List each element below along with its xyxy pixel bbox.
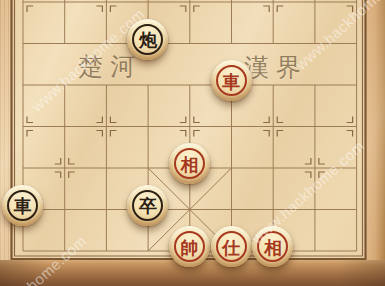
- piece-ring: 帥: [174, 231, 205, 262]
- board[interactable]: 炮車相車卒帥仕相: [2, 0, 378, 272]
- piece-character: 車: [14, 197, 32, 215]
- piece-red-general[interactable]: 帥: [169, 226, 210, 267]
- piece-black-cannon[interactable]: 炮: [127, 19, 168, 60]
- piece-character: 卒: [139, 197, 157, 215]
- piece-ring: 車: [7, 190, 38, 221]
- piece-character: 帥: [181, 239, 199, 257]
- xiangqi-board-screenshot: 楚河 漢界 炮車相車卒帥仕相 www.hackhome.com www.hack…: [0, 0, 385, 286]
- piece-character: 炮: [139, 31, 157, 49]
- piece-black-soldier[interactable]: 卒: [127, 185, 168, 226]
- piece-ring: 炮: [132, 24, 163, 55]
- piece-ring: 相: [174, 148, 205, 179]
- piece-red-advisor[interactable]: 仕: [211, 226, 252, 267]
- piece-red-elephant[interactable]: 相: [252, 226, 293, 267]
- piece-character: 相: [181, 156, 199, 174]
- piece-black-chariot[interactable]: 車: [2, 185, 43, 226]
- piece-character: 相: [264, 239, 282, 257]
- piece-ring: 相: [257, 231, 288, 262]
- piece-ring: 車: [216, 65, 247, 96]
- piece-red-elephant[interactable]: 相: [169, 143, 210, 184]
- piece-character: 車: [222, 73, 240, 91]
- piece-character: 仕: [222, 239, 240, 257]
- piece-ring: 仕: [216, 231, 247, 262]
- piece-red-chariot[interactable]: 車: [211, 60, 252, 101]
- piece-ring: 卒: [132, 190, 163, 221]
